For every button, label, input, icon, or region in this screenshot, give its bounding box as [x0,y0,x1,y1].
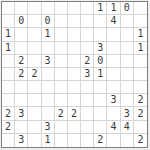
cell-r10c9[interactable] [121,134,134,147]
cell-r4c10[interactable] [134,55,147,68]
cell-r7c10-clue: 2 [134,94,147,107]
cell-r10c8[interactable] [107,134,120,147]
cell-r2c8[interactable] [107,28,120,41]
cell-r10c6[interactable] [81,134,94,147]
cell-r10c7-clue: 2 [94,134,107,147]
cell-r3c1[interactable] [15,42,28,55]
cell-r0c9-clue: 0 [121,2,134,15]
cell-r1c6[interactable] [81,15,94,28]
cell-r4c5[interactable] [68,55,81,68]
cell-r5c8[interactable] [107,68,120,81]
cell-r3c10-clue: 1 [134,42,147,55]
cell-r2c7[interactable] [94,28,107,41]
cell-r5c9[interactable] [121,68,134,81]
cell-r5c10[interactable] [134,68,147,81]
cell-r6c1[interactable] [15,81,28,94]
cell-r4c4[interactable] [55,55,68,68]
cell-r4c9[interactable] [121,55,134,68]
cell-r6c7[interactable] [94,81,107,94]
cell-r8c5-clue: 2 [68,107,81,120]
cell-r0c2[interactable] [28,2,41,15]
cell-r1c10[interactable] [134,15,147,28]
cell-r4c2[interactable] [28,55,41,68]
cell-r7c5[interactable] [68,94,81,107]
cell-r7c8-clue: 3 [107,94,120,107]
cell-r7c7[interactable] [94,94,107,107]
cell-r8c10-clue: 2 [134,107,147,120]
cell-r0c5[interactable] [68,2,81,15]
cell-r4c3-clue: 3 [42,55,55,68]
cell-r8c1-clue: 3 [15,107,28,120]
cell-r8c7[interactable] [94,107,107,120]
cell-r6c4[interactable] [55,81,68,94]
cell-r0c0[interactable] [2,2,15,15]
cell-r9c8-clue: 4 [107,121,120,134]
cell-r3c4[interactable] [55,42,68,55]
cell-r9c2[interactable] [28,121,41,134]
cell-r10c10-clue: 2 [134,134,147,147]
cell-r6c9[interactable] [121,81,134,94]
cell-r10c1-clue: 3 [15,134,28,147]
cell-r1c4[interactable] [55,15,68,28]
cell-r9c3-clue: 3 [42,121,55,134]
cell-r5c1-clue: 2 [15,68,28,81]
cell-r8c4-clue: 2 [55,107,68,120]
cell-r2c0-clue: 1 [2,28,15,41]
cell-r2c1[interactable] [15,28,28,41]
cell-r3c3[interactable] [42,42,55,55]
cell-r5c7-clue: 1 [94,68,107,81]
cell-r3c0-clue: 1 [2,42,15,55]
puzzle-board: 110004111131232022313223223223443122 [1,1,148,148]
cell-r10c2[interactable] [28,134,41,147]
cell-r2c5[interactable] [68,28,81,41]
cell-r9c6[interactable] [81,121,94,134]
cell-r9c0-clue: 2 [2,121,15,134]
cell-r8c0-clue: 2 [2,107,15,120]
cell-r0c7-clue: 1 [94,2,107,15]
cell-r7c2[interactable] [28,94,41,107]
cell-r2c3-clue: 1 [42,28,55,41]
cell-r6c0[interactable] [2,81,15,94]
cell-r9c9-clue: 4 [121,121,134,134]
cell-r3c2[interactable] [28,42,41,55]
cell-r3c9[interactable] [121,42,134,55]
cell-r0c10[interactable] [134,2,147,15]
cell-r7c9[interactable] [121,94,134,107]
cell-r1c1-clue: 0 [15,15,28,28]
cell-r2c9[interactable] [121,28,134,41]
cell-r4c6-clue: 2 [81,55,94,68]
cell-r1c2[interactable] [28,15,41,28]
cell-r0c8-clue: 1 [107,2,120,15]
cell-r4c0[interactable] [2,55,15,68]
cell-r1c8-clue: 4 [107,15,120,28]
cell-r5c5[interactable] [68,68,81,81]
cell-r9c1[interactable] [15,121,28,134]
cell-r2c2[interactable] [28,28,41,41]
cell-r5c2-clue: 2 [28,68,41,81]
cell-r5c4[interactable] [55,68,68,81]
cell-r9c5[interactable] [68,121,81,134]
cell-r8c6[interactable] [81,107,94,120]
cell-r2c6[interactable] [81,28,94,41]
cell-r6c6[interactable] [81,81,94,94]
cell-r3c6[interactable] [81,42,94,55]
cell-r5c3[interactable] [42,68,55,81]
cell-r3c7-clue: 3 [94,42,107,55]
cell-r10c0[interactable] [2,134,15,147]
cell-r1c5[interactable] [68,15,81,28]
cell-r3c8[interactable] [107,42,120,55]
cell-r7c0[interactable] [2,94,15,107]
cell-r8c8[interactable] [107,107,120,120]
cell-r10c3-clue: 1 [42,134,55,147]
cell-r6c3[interactable] [42,81,55,94]
cell-r2c4[interactable] [55,28,68,41]
cell-r1c0[interactable] [2,15,15,28]
cell-r8c2[interactable] [28,107,41,120]
cell-r4c7-clue: 0 [94,55,107,68]
cell-r5c0[interactable] [2,68,15,81]
cell-r10c5[interactable] [68,134,81,147]
cell-r1c9[interactable] [121,15,134,28]
cell-r2c10-clue: 1 [134,28,147,41]
cell-r0c6[interactable] [81,2,94,15]
cell-r0c1[interactable] [15,2,28,15]
cell-r9c7[interactable] [94,121,107,134]
cell-r4c1-clue: 2 [15,55,28,68]
cell-r5c6-clue: 3 [81,68,94,81]
cell-r7c3[interactable] [42,94,55,107]
cell-r6c5[interactable] [68,81,81,94]
cell-r3c5[interactable] [68,42,81,55]
cell-r0c3[interactable] [42,2,55,15]
cell-r0c4[interactable] [55,2,68,15]
cell-r1c7[interactable] [94,15,107,28]
cell-r7c6[interactable] [81,94,94,107]
cell-r1c3-clue: 0 [42,15,55,28]
cell-r8c3[interactable] [42,107,55,120]
cell-r7c1[interactable] [15,94,28,107]
cell-r6c8[interactable] [107,81,120,94]
cell-r6c2[interactable] [28,81,41,94]
cell-r6c10[interactable] [134,81,147,94]
cell-r10c4[interactable] [55,134,68,147]
cell-r4c8[interactable] [107,55,120,68]
cell-r8c9-clue: 3 [121,107,134,120]
cell-r9c4[interactable] [55,121,68,134]
cell-r9c10[interactable] [134,121,147,134]
cell-r7c4[interactable] [55,94,68,107]
